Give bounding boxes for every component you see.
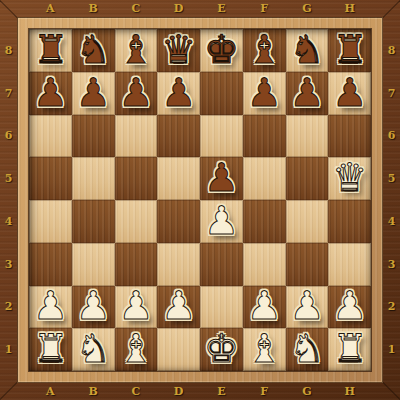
- square-a2[interactable]: ♟: [29, 286, 72, 329]
- file-label-c: C: [115, 2, 158, 15]
- square-f7[interactable]: ♟: [243, 72, 286, 115]
- square-b2[interactable]: ♟: [72, 286, 115, 329]
- piece-white-pawn[interactable]: ♟: [118, 286, 153, 325]
- square-f3[interactable]: [243, 243, 286, 286]
- square-d3[interactable]: [157, 243, 200, 286]
- file-label-d: D: [157, 2, 200, 15]
- file-label-f: F: [243, 2, 286, 15]
- square-c1[interactable]: ♝: [115, 328, 158, 371]
- rank-labels-right: 87654321: [383, 29, 400, 371]
- piece-white-pawn[interactable]: ♟: [204, 201, 239, 240]
- piece-black-pawn[interactable]: ♟: [33, 73, 68, 112]
- square-g8[interactable]: ♞: [286, 29, 329, 72]
- square-e6[interactable]: [200, 115, 243, 158]
- square-c3[interactable]: [115, 243, 158, 286]
- square-c6[interactable]: [115, 115, 158, 158]
- square-f4[interactable]: [243, 200, 286, 243]
- square-g7[interactable]: ♟: [286, 72, 329, 115]
- rank-label-3: 3: [388, 243, 396, 286]
- square-a5[interactable]: [29, 157, 72, 200]
- piece-black-knight[interactable]: ♞: [76, 30, 111, 69]
- rank-label-1: 1: [388, 328, 396, 371]
- piece-white-knight[interactable]: ♞: [289, 329, 324, 368]
- square-h6[interactable]: [328, 115, 371, 158]
- piece-black-rook[interactable]: ♜: [332, 30, 367, 69]
- square-h4[interactable]: [328, 200, 371, 243]
- square-e1[interactable]: ♚: [200, 328, 243, 371]
- file-label-g: G: [286, 385, 329, 398]
- square-e4[interactable]: ♟: [200, 200, 243, 243]
- square-a8[interactable]: ♜: [29, 29, 72, 72]
- square-c4[interactable]: [115, 200, 158, 243]
- piece-black-knight[interactable]: ♞: [289, 30, 324, 69]
- square-e7[interactable]: [200, 72, 243, 115]
- square-h2[interactable]: ♟: [328, 286, 371, 329]
- chess-board: ♜♞♝♛♚♝♞♜♟♟♟♟♟♟♟♟♛♟♟♟♟♟♟♟♟♜♞♝♚♝♞♜: [29, 29, 371, 371]
- file-label-a: A: [29, 2, 72, 15]
- square-a7[interactable]: ♟: [29, 72, 72, 115]
- piece-black-pawn[interactable]: ♟: [204, 158, 239, 197]
- square-c7[interactable]: ♟: [115, 72, 158, 115]
- square-b1[interactable]: ♞: [72, 328, 115, 371]
- square-f1[interactable]: ♝: [243, 328, 286, 371]
- file-label-d: D: [157, 385, 200, 398]
- rank-label-4: 4: [388, 200, 396, 243]
- piece-black-pawn[interactable]: ♟: [247, 73, 282, 112]
- square-d5[interactable]: [157, 157, 200, 200]
- rank-label-7: 7: [388, 72, 396, 115]
- piece-white-pawn[interactable]: ♟: [33, 286, 68, 325]
- file-label-h: H: [328, 385, 371, 398]
- rank-label-7: 7: [5, 72, 13, 115]
- piece-black-bishop[interactable]: ♝: [118, 30, 153, 69]
- rank-label-6: 6: [5, 115, 13, 158]
- square-g6[interactable]: [286, 115, 329, 158]
- square-a3[interactable]: [29, 243, 72, 286]
- piece-white-knight[interactable]: ♞: [76, 329, 111, 368]
- piece-black-pawn[interactable]: ♟: [332, 73, 367, 112]
- square-f8[interactable]: ♝: [243, 29, 286, 72]
- rank-label-8: 8: [388, 29, 396, 72]
- rank-label-2: 2: [388, 286, 396, 329]
- piece-white-bishop[interactable]: ♝: [247, 329, 282, 368]
- square-b4[interactable]: [72, 200, 115, 243]
- rank-label-2: 2: [5, 286, 13, 329]
- piece-white-rook[interactable]: ♜: [332, 329, 367, 368]
- piece-white-bishop[interactable]: ♝: [118, 329, 153, 368]
- piece-black-queen[interactable]: ♛: [161, 30, 196, 69]
- square-h7[interactable]: ♟: [328, 72, 371, 115]
- square-d2[interactable]: ♟: [157, 286, 200, 329]
- piece-white-king[interactable]: ♚: [204, 329, 239, 368]
- square-g4[interactable]: [286, 200, 329, 243]
- square-b5[interactable]: [72, 157, 115, 200]
- piece-white-pawn[interactable]: ♟: [76, 286, 111, 325]
- square-d8[interactable]: ♛: [157, 29, 200, 72]
- square-d4[interactable]: [157, 200, 200, 243]
- square-b3[interactable]: [72, 243, 115, 286]
- chess-board-window: ABCDEFGH ABCDEFGH 87654321 87654321 ♜♞♝♛…: [0, 0, 400, 400]
- rank-label-6: 6: [388, 115, 396, 158]
- rank-labels-left: 87654321: [0, 29, 17, 371]
- square-e8[interactable]: ♚: [200, 29, 243, 72]
- square-h1[interactable]: ♜: [328, 328, 371, 371]
- file-label-a: A: [29, 385, 72, 398]
- square-b7[interactable]: ♟: [72, 72, 115, 115]
- piece-white-pawn[interactable]: ♟: [289, 286, 324, 325]
- file-label-b: B: [72, 2, 115, 15]
- piece-white-pawn[interactable]: ♟: [332, 286, 367, 325]
- square-f2[interactable]: ♟: [243, 286, 286, 329]
- square-g3[interactable]: [286, 243, 329, 286]
- square-d7[interactable]: ♟: [157, 72, 200, 115]
- piece-black-bishop[interactable]: ♝: [247, 30, 282, 69]
- piece-black-pawn[interactable]: ♟: [76, 73, 111, 112]
- piece-black-pawn[interactable]: ♟: [161, 73, 196, 112]
- file-label-c: C: [115, 385, 158, 398]
- square-a6[interactable]: [29, 115, 72, 158]
- square-b6[interactable]: [72, 115, 115, 158]
- square-g1[interactable]: ♞: [286, 328, 329, 371]
- file-label-e: E: [200, 2, 243, 15]
- piece-black-rook[interactable]: ♜: [33, 30, 68, 69]
- piece-white-rook[interactable]: ♜: [33, 329, 68, 368]
- square-c2[interactable]: ♟: [115, 286, 158, 329]
- rank-label-5: 5: [5, 157, 13, 200]
- piece-white-pawn[interactable]: ♟: [161, 286, 196, 325]
- file-label-f: F: [243, 385, 286, 398]
- square-a4[interactable]: [29, 200, 72, 243]
- square-b8[interactable]: ♞: [72, 29, 115, 72]
- square-c8[interactable]: ♝: [115, 29, 158, 72]
- piece-black-king[interactable]: ♚: [204, 30, 239, 69]
- square-d6[interactable]: [157, 115, 200, 158]
- file-label-h: H: [328, 2, 371, 15]
- square-f6[interactable]: [243, 115, 286, 158]
- square-e3[interactable]: [200, 243, 243, 286]
- piece-white-pawn[interactable]: ♟: [247, 286, 282, 325]
- square-d1[interactable]: [157, 328, 200, 371]
- square-h8[interactable]: ♜: [328, 29, 371, 72]
- piece-black-pawn[interactable]: ♟: [289, 73, 324, 112]
- rank-label-3: 3: [5, 243, 13, 286]
- square-g2[interactable]: ♟: [286, 286, 329, 329]
- file-label-b: B: [72, 385, 115, 398]
- piece-white-queen[interactable]: ♛: [332, 158, 367, 197]
- rank-label-4: 4: [5, 200, 13, 243]
- piece-black-pawn[interactable]: ♟: [118, 73, 153, 112]
- rank-label-1: 1: [5, 328, 13, 371]
- rank-label-5: 5: [388, 157, 396, 200]
- file-labels-top: ABCDEFGH: [29, 0, 371, 17]
- square-e2[interactable]: [200, 286, 243, 329]
- square-e5[interactable]: ♟: [200, 157, 243, 200]
- square-g5[interactable]: [286, 157, 329, 200]
- file-labels-bottom: ABCDEFGH: [29, 383, 371, 400]
- square-h5[interactable]: ♛: [328, 157, 371, 200]
- square-a1[interactable]: ♜: [29, 328, 72, 371]
- square-c5[interactable]: [115, 157, 158, 200]
- rank-label-8: 8: [5, 29, 13, 72]
- square-f5[interactable]: [243, 157, 286, 200]
- file-label-e: E: [200, 385, 243, 398]
- file-label-g: G: [286, 2, 329, 15]
- square-h3[interactable]: [328, 243, 371, 286]
